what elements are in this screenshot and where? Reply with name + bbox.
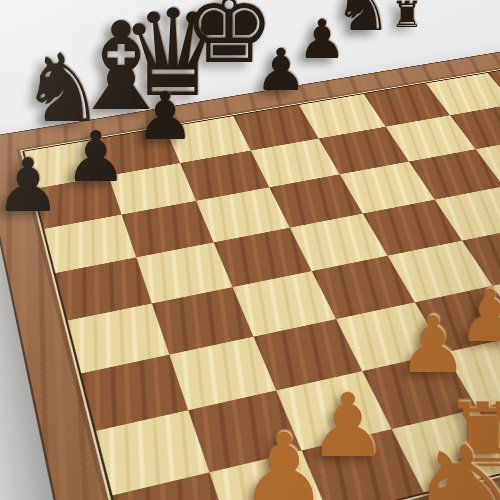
piece-white-pawn-f2[interactable]: ♟ xyxy=(309,382,388,470)
chess-photo-scene: ♞♝♛♚♞♜♟♟♟♟♟♟♟♟♟♜♞ xyxy=(0,0,500,500)
piece-black-pawn-f7[interactable]: ♟ xyxy=(298,13,346,67)
piece-black-rook-h8[interactable]: ♜ xyxy=(391,0,423,33)
piece-black-pawn-a7[interactable]: ♟ xyxy=(0,148,61,222)
piece-white-knight-g1[interactable]: ♞ xyxy=(395,424,500,500)
piece-white-pawn-h2[interactable]: ♟ xyxy=(458,280,500,352)
piece-black-pawn-b7[interactable]: ♟ xyxy=(65,122,128,192)
piece-black-pawn-c7[interactable]: ♟ xyxy=(135,84,194,150)
